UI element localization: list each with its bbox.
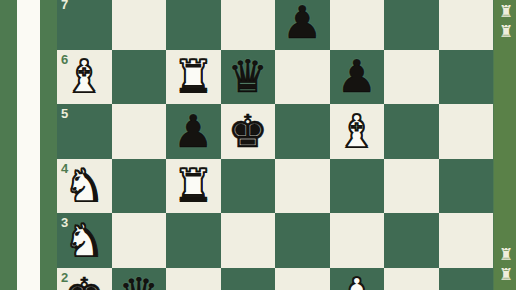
square-f5[interactable]: ♝ (330, 104, 385, 159)
square-b2[interactable]: ♛ (112, 268, 167, 290)
square-a4[interactable]: 4♞ (57, 159, 112, 214)
square-e3[interactable] (275, 213, 330, 268)
square-c6[interactable]: ♜ (166, 50, 221, 105)
white-rook-c6[interactable]: ♜ (166, 50, 221, 105)
square-a6[interactable]: 6♝ (57, 50, 112, 105)
black-pawn-c5[interactable]: ♟ (166, 104, 221, 159)
square-h6[interactable] (439, 50, 494, 105)
rook-icon: ♜ (499, 4, 513, 20)
square-h3[interactable] (439, 213, 494, 268)
square-d5[interactable]: ♚ (221, 104, 276, 159)
black-king-d5[interactable]: ♚ (221, 104, 276, 159)
rank-label-3: 3 (61, 216, 68, 229)
square-e5[interactable] (275, 104, 330, 159)
rook-icon: ♜ (499, 267, 513, 283)
square-d3[interactable] (221, 213, 276, 268)
square-g6[interactable] (384, 50, 439, 105)
white-bishop-f5[interactable]: ♝ (330, 104, 385, 159)
square-a7[interactable]: 7 (57, 0, 112, 50)
square-c2[interactable] (166, 268, 221, 290)
black-pawn-f6[interactable]: ♟ (330, 50, 385, 105)
square-d4[interactable] (221, 159, 276, 214)
square-g2[interactable] (384, 268, 439, 290)
rank-label-6: 6 (61, 53, 68, 66)
white-rook-c4[interactable]: ♜ (166, 159, 221, 214)
square-b4[interactable] (112, 159, 167, 214)
square-b3[interactable] (112, 213, 167, 268)
square-d6[interactable]: ♛ (221, 50, 276, 105)
rank-label-2: 2 (61, 271, 68, 284)
square-a5[interactable]: 5 (57, 104, 112, 159)
square-g7[interactable] (384, 0, 439, 50)
left-outer-green-strip (0, 0, 17, 290)
square-d7[interactable] (221, 0, 276, 50)
black-queen-d6[interactable]: ♛ (221, 50, 276, 105)
square-e4[interactable] (275, 159, 330, 214)
square-g3[interactable] (384, 213, 439, 268)
square-e2[interactable] (275, 268, 330, 290)
square-h7[interactable] (439, 0, 494, 50)
square-f3[interactable] (330, 213, 385, 268)
square-g4[interactable] (384, 159, 439, 214)
square-a2[interactable]: 2♚ (57, 268, 112, 290)
black-pawn-e7[interactable]: ♟ (275, 0, 330, 50)
square-f7[interactable] (330, 0, 385, 50)
square-c7[interactable] (166, 0, 221, 50)
square-h5[interactable] (439, 104, 494, 159)
square-h4[interactable] (439, 159, 494, 214)
square-c3[interactable] (166, 213, 221, 268)
left-white-strip (17, 0, 40, 290)
rank-label-4: 4 (61, 162, 68, 175)
square-b5[interactable] (112, 104, 167, 159)
square-b7[interactable] (112, 0, 167, 50)
square-a3[interactable]: 3♞ (57, 213, 112, 268)
square-b6[interactable] (112, 50, 167, 105)
square-h2[interactable] (439, 268, 494, 290)
square-d2[interactable] (221, 268, 276, 290)
rook-icon: ♜ (499, 24, 513, 40)
square-f2[interactable]: ♟ (330, 268, 385, 290)
chess-thumbnail: { "game": "chess", "position": "8/4p3/B1… (0, 0, 516, 290)
square-c5[interactable]: ♟ (166, 104, 221, 159)
white-pawn-f2[interactable]: ♟ (330, 268, 385, 290)
square-f4[interactable] (330, 159, 385, 214)
left-inner-green-strip (40, 0, 57, 290)
black-queen-b2[interactable]: ♛ (112, 268, 167, 290)
rank-label-5: 5 (61, 107, 68, 120)
square-c4[interactable]: ♜ (166, 159, 221, 214)
rook-icon: ♜ (499, 247, 513, 263)
chess-board[interactable]: 7♟6♝♜♛♟5♟♚♝4♞♜3♞2♚♛♟ (57, 0, 493, 290)
rank-label-7: 7 (61, 0, 68, 11)
right-sidebar: ♜♜♜♜ (494, 0, 516, 290)
square-f6[interactable]: ♟ (330, 50, 385, 105)
square-g5[interactable] (384, 104, 439, 159)
square-e6[interactable] (275, 50, 330, 105)
square-e7[interactable]: ♟ (275, 0, 330, 50)
